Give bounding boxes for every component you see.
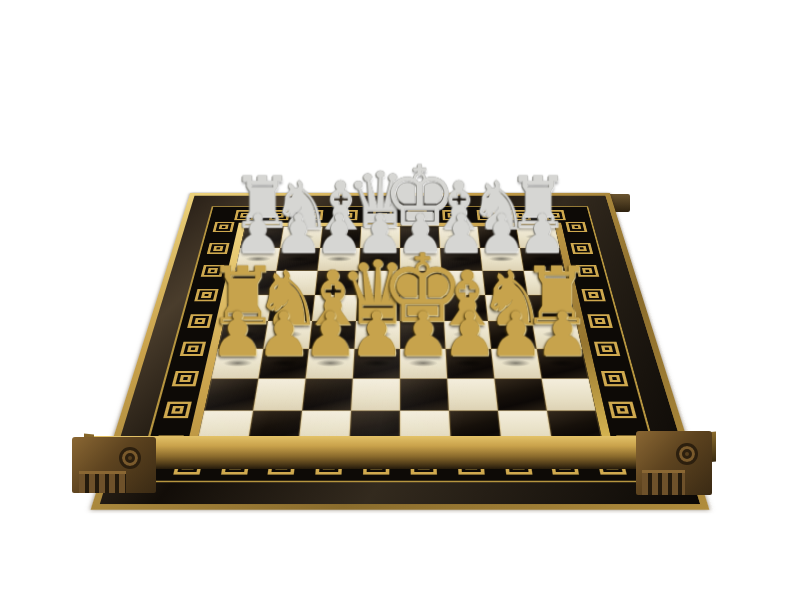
photo-of-chess-set: { "game": "chess", "photo": { "descripti… bbox=[0, 0, 800, 600]
greek-key-medallion bbox=[373, 210, 392, 220]
board-square bbox=[494, 379, 547, 411]
greek-key-medallion bbox=[601, 371, 628, 386]
piece-glyph: ♟ bbox=[510, 304, 616, 365]
greek-key-medallion bbox=[269, 210, 290, 220]
board-square bbox=[447, 379, 498, 411]
board-square bbox=[253, 379, 306, 411]
board-square bbox=[542, 379, 596, 411]
greek-key-medallion bbox=[338, 210, 358, 220]
board-square bbox=[400, 379, 449, 411]
greek-key-medallion bbox=[476, 210, 496, 220]
board-foot-front-left bbox=[72, 437, 156, 493]
greek-key-medallion bbox=[510, 210, 531, 220]
board-square bbox=[302, 379, 353, 411]
board-square bbox=[351, 379, 400, 411]
greek-key-medallion bbox=[442, 210, 462, 220]
board-front-edge bbox=[88, 436, 712, 469]
greek-key-medallion bbox=[172, 371, 199, 386]
board-foot-front-right bbox=[636, 431, 712, 495]
greek-key-medallion bbox=[408, 210, 427, 220]
board-square bbox=[204, 379, 258, 411]
greek-key-medallion bbox=[213, 222, 235, 232]
meander-top bbox=[218, 208, 583, 224]
greek-key-medallion bbox=[565, 222, 587, 232]
greek-key-medallion bbox=[303, 210, 323, 220]
gold-pawn: ♟ bbox=[537, 349, 589, 379]
scene: ♜♞♝♛♚♝♞♜♟♟♟♟♟♟♟♟♜♞♝♛♚♝♞♜♟♟♟♟♟♟♟♟ bbox=[0, 0, 800, 600]
greek-key-medallion bbox=[608, 402, 637, 419]
greek-key-medallion bbox=[163, 402, 192, 419]
